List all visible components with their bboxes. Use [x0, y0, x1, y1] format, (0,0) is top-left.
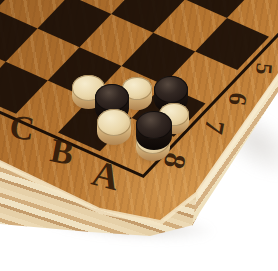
- checker-top: [136, 111, 172, 139]
- checker-top: [95, 84, 129, 111]
- checker-top: [154, 76, 188, 103]
- dark-checker-a8[interactable]: [136, 111, 172, 150]
- board-photo-scene: CBA8765: [0, 0, 278, 271]
- coordinate-label-C: C: [7, 109, 36, 146]
- checker-top: [97, 109, 131, 136]
- light-checker-b8[interactable]: [97, 109, 131, 145]
- coordinate-label-5: 5: [252, 62, 276, 75]
